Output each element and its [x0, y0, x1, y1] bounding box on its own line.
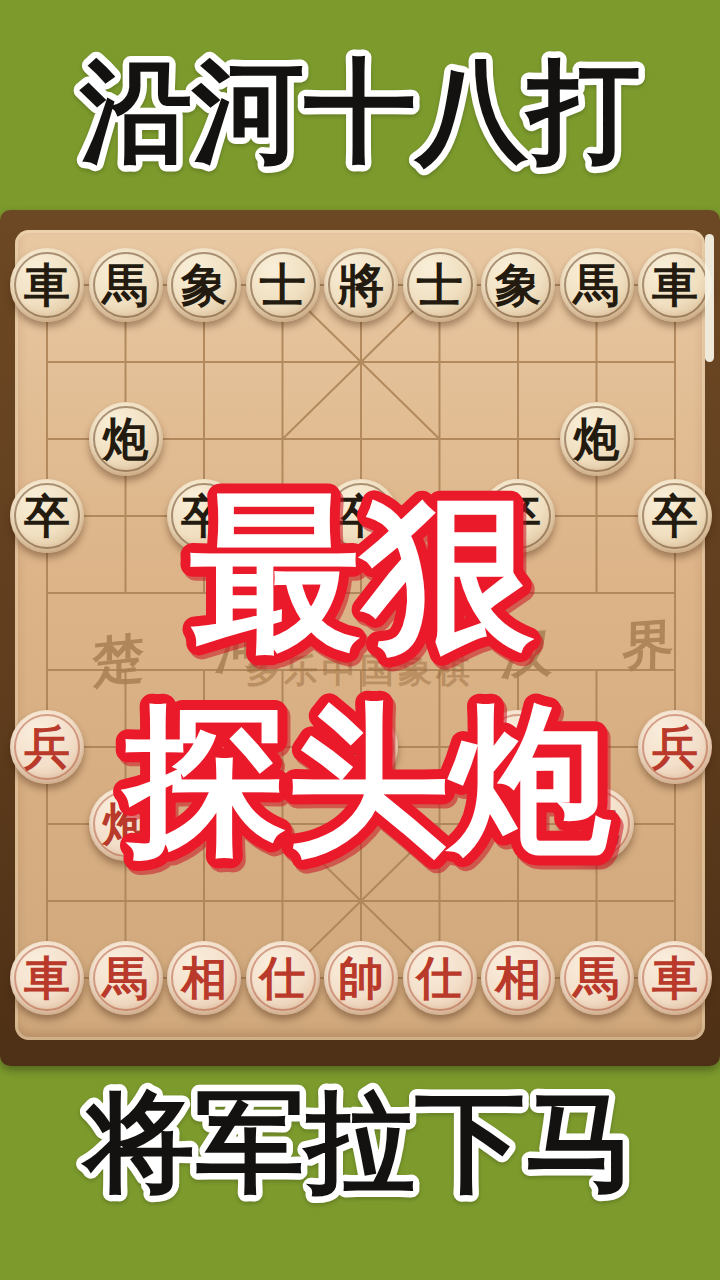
piece-black-chariot[interactable]: 車: [638, 248, 712, 322]
piece-glyph: 帥: [338, 955, 384, 1001]
piece-glyph: 相: [181, 955, 227, 1001]
piece-red-chariot[interactable]: 車: [638, 941, 712, 1015]
piece-red-chariot[interactable]: 車: [10, 941, 84, 1015]
piece-red-elephant[interactable]: 相: [481, 941, 555, 1015]
piece-glyph: 車: [24, 262, 70, 308]
piece-red-advisor[interactable]: 仕: [246, 941, 320, 1015]
piece-black-soldier[interactable]: 卒: [167, 479, 241, 553]
piece-glyph: 卒: [24, 493, 70, 539]
piece-glyph: 炮: [574, 416, 620, 462]
scrollbar-thumb: [705, 234, 714, 362]
piece-glyph: 車: [652, 955, 698, 1001]
piece-red-soldier[interactable]: 兵: [638, 710, 712, 784]
piece-black-soldier[interactable]: 卒: [638, 479, 712, 553]
piece-glyph: 炮: [103, 416, 149, 462]
piece-red-advisor[interactable]: 仕: [403, 941, 477, 1015]
piece-glyph: 相: [495, 955, 541, 1001]
piece-glyph: 馬: [574, 262, 620, 308]
piece-black-advisor[interactable]: 士: [246, 248, 320, 322]
piece-black-cannon[interactable]: 炮: [89, 402, 163, 476]
piece-glyph: 馬: [103, 262, 149, 308]
piece-black-cannon[interactable]: 炮: [560, 402, 634, 476]
piece-glyph: 士: [417, 262, 463, 308]
piece-red-elephant[interactable]: 相: [167, 941, 241, 1015]
piece-red-horse[interactable]: 馬: [89, 941, 163, 1015]
piece-glyph: 象: [181, 262, 227, 308]
piece-red-soldier[interactable]: 兵: [481, 710, 555, 784]
piece-glyph: 炮: [574, 801, 620, 847]
piece-red-cannon[interactable]: 炮: [560, 787, 634, 861]
piece-black-horse[interactable]: 馬: [560, 248, 634, 322]
piece-black-chariot[interactable]: 車: [10, 248, 84, 322]
piece-glyph: 卒: [495, 493, 541, 539]
piece-red-general[interactable]: 帥: [324, 941, 398, 1015]
piece-glyph: 卒: [652, 493, 698, 539]
piece-glyph: 炮: [103, 801, 149, 847]
piece-red-horse[interactable]: 馬: [560, 941, 634, 1015]
piece-glyph: 馬: [574, 955, 620, 1001]
piece-black-horse[interactable]: 馬: [89, 248, 163, 322]
top-title: 沿河十八打: [79, 49, 640, 174]
piece-glyph: 仕: [417, 955, 463, 1001]
piece-black-elephant[interactable]: 象: [167, 248, 241, 322]
piece-glyph: 馬: [103, 955, 149, 1001]
piece-red-soldier[interactable]: 兵: [324, 710, 398, 784]
piece-glyph: 將: [338, 262, 384, 308]
piece-glyph: 兵: [495, 724, 541, 770]
piece-glyph: 卒: [338, 493, 384, 539]
piece-black-elephant[interactable]: 象: [481, 248, 555, 322]
piece-black-advisor[interactable]: 士: [403, 248, 477, 322]
piece-black-soldier[interactable]: 卒: [481, 479, 555, 553]
piece-black-general[interactable]: 將: [324, 248, 398, 322]
bottom-title: 将军拉下马: [80, 1080, 635, 1203]
app-watermark: 多乐中国象棋: [0, 648, 720, 694]
piece-glyph: 兵: [338, 724, 384, 770]
piece-black-soldier[interactable]: 卒: [324, 479, 398, 553]
xiangqi-board[interactable]: 楚 河 汉 界 多乐中国象棋 車馬象士將士象馬車炮炮卒卒卒卒卒兵兵兵兵兵炮炮車馬…: [0, 210, 720, 1066]
piece-glyph: 車: [24, 955, 70, 1001]
piece-red-cannon[interactable]: 炮: [89, 787, 163, 861]
piece-glyph: 仕: [260, 955, 306, 1001]
piece-red-soldier[interactable]: 兵: [10, 710, 84, 784]
piece-glyph: 象: [495, 262, 541, 308]
piece-black-soldier[interactable]: 卒: [10, 479, 84, 553]
piece-glyph: 士: [260, 262, 306, 308]
piece-glyph: 卒: [181, 493, 227, 539]
piece-red-soldier[interactable]: 兵: [167, 710, 241, 784]
piece-glyph: 兵: [652, 724, 698, 770]
piece-glyph: 兵: [181, 724, 227, 770]
piece-glyph: 車: [652, 262, 698, 308]
piece-glyph: 兵: [24, 724, 70, 770]
